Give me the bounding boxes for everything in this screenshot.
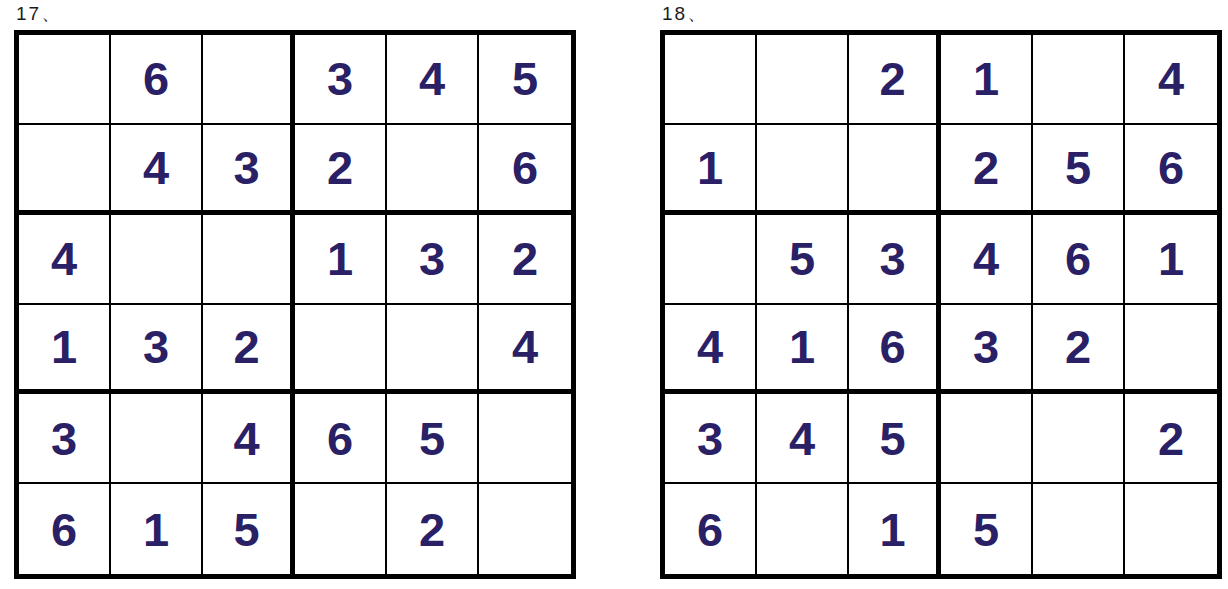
cell-r4c5[interactable] [387, 305, 479, 395]
cell-r2c3[interactable] [849, 125, 941, 215]
puzzle-18-label: 18、 [660, 3, 1222, 30]
cell-r4c4[interactable] [295, 305, 387, 395]
cell-r3c3[interactable] [203, 215, 295, 305]
cell-r2c1: 1 [665, 125, 757, 215]
cell-r2c1[interactable] [19, 125, 111, 215]
cell-r3c2: 5 [757, 215, 849, 305]
cell-r5c5: 5 [387, 394, 479, 484]
cell-r4c2: 1 [757, 305, 849, 395]
cell-r3c2[interactable] [111, 215, 203, 305]
cell-r2c2[interactable] [757, 125, 849, 215]
cell-r1c1[interactable] [19, 35, 111, 125]
cell-r4c2: 3 [111, 305, 203, 395]
cell-r2c5: 5 [1033, 125, 1125, 215]
cell-r5c1: 3 [19, 394, 111, 484]
cell-r5c6[interactable] [479, 394, 571, 484]
cell-r6c6[interactable] [479, 484, 571, 574]
cell-r6c1: 6 [19, 484, 111, 574]
cell-r5c3: 5 [849, 394, 941, 484]
cell-r2c4: 2 [295, 125, 387, 215]
cell-r2c3: 3 [203, 125, 295, 215]
cell-r3c4: 4 [941, 215, 1033, 305]
cell-r5c6: 2 [1125, 394, 1217, 484]
cell-r1c3[interactable] [203, 35, 295, 125]
cell-r5c2[interactable] [111, 394, 203, 484]
cell-r1c2[interactable] [757, 35, 849, 125]
sudoku-board-17: 634543264132132434656152 [14, 30, 576, 579]
cell-r1c2: 6 [111, 35, 203, 125]
cell-r4c5: 2 [1033, 305, 1125, 395]
cell-r2c4: 2 [941, 125, 1033, 215]
cell-r1c5[interactable] [1033, 35, 1125, 125]
cell-r4c6[interactable] [1125, 305, 1217, 395]
puzzle-18: 18、 214125653461416323452615 [660, 3, 1222, 579]
cell-r3c3: 3 [849, 215, 941, 305]
cell-r2c5[interactable] [387, 125, 479, 215]
cell-r4c4: 3 [941, 305, 1033, 395]
cell-r6c3: 1 [849, 484, 941, 574]
cell-r6c5[interactable] [1033, 484, 1125, 574]
sudoku-board-18: 214125653461416323452615 [660, 30, 1222, 579]
cell-r2c2: 4 [111, 125, 203, 215]
cell-r4c3: 6 [849, 305, 941, 395]
cell-r6c2: 1 [111, 484, 203, 574]
cell-r3c6: 1 [1125, 215, 1217, 305]
cell-r1c5: 4 [387, 35, 479, 125]
cell-r6c4: 5 [941, 484, 1033, 574]
cell-r4c3: 2 [203, 305, 295, 395]
cell-r1c1[interactable] [665, 35, 757, 125]
cell-r5c2: 4 [757, 394, 849, 484]
cell-r6c5: 2 [387, 484, 479, 574]
cell-r5c4[interactable] [941, 394, 1033, 484]
puzzle-17-label: 17、 [14, 3, 576, 30]
cell-r4c1: 4 [665, 305, 757, 395]
cell-r4c6: 4 [479, 305, 571, 395]
cell-r1c6: 5 [479, 35, 571, 125]
cell-r1c6: 4 [1125, 35, 1217, 125]
cell-r5c5[interactable] [1033, 394, 1125, 484]
cell-r2c6: 6 [479, 125, 571, 215]
cell-r6c2[interactable] [757, 484, 849, 574]
cell-r5c1: 3 [665, 394, 757, 484]
cell-r3c1: 4 [19, 215, 111, 305]
cell-r6c1: 6 [665, 484, 757, 574]
cell-r5c4: 6 [295, 394, 387, 484]
cell-r2c6: 6 [1125, 125, 1217, 215]
cell-r4c1: 1 [19, 305, 111, 395]
cell-r6c4[interactable] [295, 484, 387, 574]
cell-r3c5: 6 [1033, 215, 1125, 305]
cell-r6c6[interactable] [1125, 484, 1217, 574]
cell-r5c3: 4 [203, 394, 295, 484]
cell-r3c1[interactable] [665, 215, 757, 305]
puzzle-17: 17、 634543264132132434656152 [14, 3, 576, 579]
cell-r1c4: 1 [941, 35, 1033, 125]
cell-r1c3: 2 [849, 35, 941, 125]
cell-r6c3: 5 [203, 484, 295, 574]
cell-r3c6: 2 [479, 215, 571, 305]
cell-r1c4: 3 [295, 35, 387, 125]
cell-r3c4: 1 [295, 215, 387, 305]
cell-r3c5: 3 [387, 215, 479, 305]
